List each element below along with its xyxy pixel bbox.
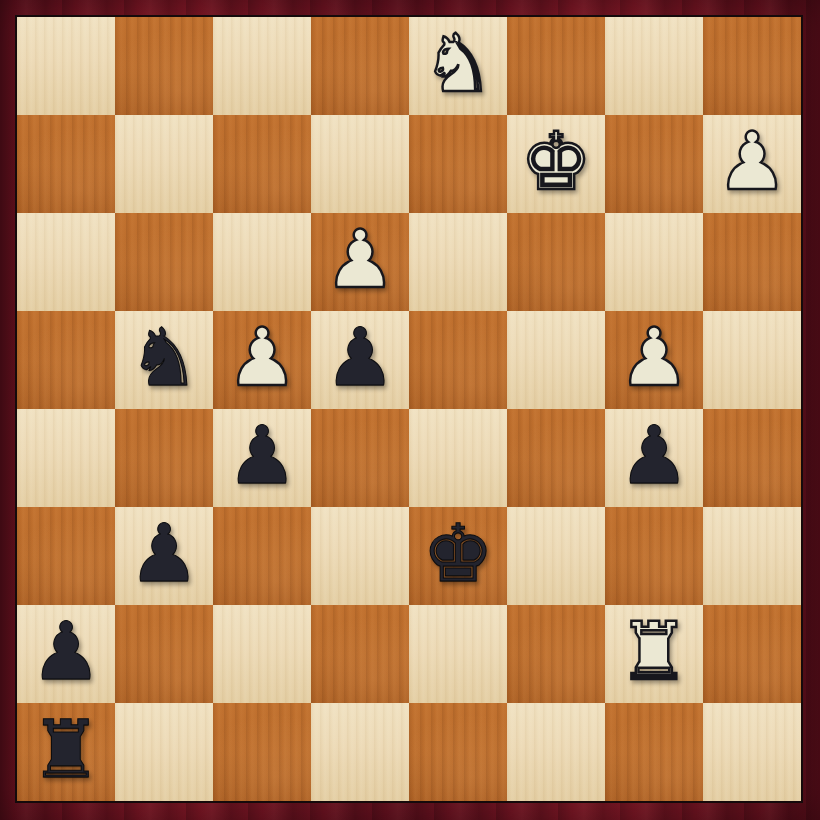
square-b7[interactable] xyxy=(115,115,213,213)
square-h7[interactable]: ♟ xyxy=(703,115,801,213)
square-d2[interactable] xyxy=(311,605,409,703)
square-b2[interactable] xyxy=(115,605,213,703)
square-a1[interactable]: ♜ xyxy=(17,703,115,801)
square-a5[interactable] xyxy=(17,311,115,409)
square-e1[interactable] xyxy=(409,703,507,801)
square-b8[interactable] xyxy=(115,17,213,115)
square-f8[interactable] xyxy=(507,17,605,115)
square-h8[interactable] xyxy=(703,17,801,115)
square-d4[interactable] xyxy=(311,409,409,507)
square-c3[interactable] xyxy=(213,507,311,605)
square-h1[interactable] xyxy=(703,703,801,801)
white-rook-piece[interactable]: ♜ xyxy=(618,612,690,692)
square-f5[interactable] xyxy=(507,311,605,409)
square-c6[interactable] xyxy=(213,213,311,311)
square-f6[interactable] xyxy=(507,213,605,311)
square-f1[interactable] xyxy=(507,703,605,801)
square-c1[interactable] xyxy=(213,703,311,801)
square-h3[interactable] xyxy=(703,507,801,605)
square-c4[interactable]: ♟ xyxy=(213,409,311,507)
square-c7[interactable] xyxy=(213,115,311,213)
square-e4[interactable] xyxy=(409,409,507,507)
square-c8[interactable] xyxy=(213,17,311,115)
square-e2[interactable] xyxy=(409,605,507,703)
square-f7[interactable]: ♚ xyxy=(507,115,605,213)
square-d3[interactable] xyxy=(311,507,409,605)
square-b5[interactable]: ♞ xyxy=(115,311,213,409)
black-pawn-piece[interactable]: ♟ xyxy=(618,416,690,496)
white-pawn-piece[interactable]: ♟ xyxy=(226,318,298,398)
square-c2[interactable] xyxy=(213,605,311,703)
square-a3[interactable] xyxy=(17,507,115,605)
black-pawn-piece[interactable]: ♟ xyxy=(226,416,298,496)
square-d5[interactable]: ♟ xyxy=(311,311,409,409)
square-c5[interactable]: ♟ xyxy=(213,311,311,409)
square-b3[interactable]: ♟ xyxy=(115,507,213,605)
square-g4[interactable]: ♟ xyxy=(605,409,703,507)
square-f4[interactable] xyxy=(507,409,605,507)
square-d1[interactable] xyxy=(311,703,409,801)
white-king-piece[interactable]: ♚ xyxy=(520,122,592,202)
square-g1[interactable] xyxy=(605,703,703,801)
black-rook-piece[interactable]: ♜ xyxy=(30,710,102,790)
square-g5[interactable]: ♟ xyxy=(605,311,703,409)
square-b1[interactable] xyxy=(115,703,213,801)
square-e7[interactable] xyxy=(409,115,507,213)
square-f3[interactable] xyxy=(507,507,605,605)
square-b6[interactable] xyxy=(115,213,213,311)
square-g8[interactable] xyxy=(605,17,703,115)
white-pawn-piece[interactable]: ♟ xyxy=(324,220,396,300)
white-knight-piece[interactable]: ♞ xyxy=(422,24,494,104)
square-g6[interactable] xyxy=(605,213,703,311)
black-king-piece[interactable]: ♚ xyxy=(422,514,494,594)
white-pawn-piece[interactable]: ♟ xyxy=(618,318,690,398)
square-e6[interactable] xyxy=(409,213,507,311)
square-d7[interactable] xyxy=(311,115,409,213)
square-e8[interactable]: ♞ xyxy=(409,17,507,115)
black-pawn-piece[interactable]: ♟ xyxy=(30,612,102,692)
square-a7[interactable] xyxy=(17,115,115,213)
square-g7[interactable] xyxy=(605,115,703,213)
square-d6[interactable]: ♟ xyxy=(311,213,409,311)
square-a2[interactable]: ♟ xyxy=(17,605,115,703)
chess-board: ♞♚♟♟♞♟♟♟♟♟♟♚♟♜♜ xyxy=(17,17,801,801)
square-f2[interactable] xyxy=(507,605,605,703)
black-knight-piece[interactable]: ♞ xyxy=(128,318,200,398)
square-d8[interactable] xyxy=(311,17,409,115)
black-pawn-piece[interactable]: ♟ xyxy=(128,514,200,594)
square-h5[interactable] xyxy=(703,311,801,409)
square-a6[interactable] xyxy=(17,213,115,311)
square-h6[interactable] xyxy=(703,213,801,311)
square-e3[interactable]: ♚ xyxy=(409,507,507,605)
square-g3[interactable] xyxy=(605,507,703,605)
white-pawn-piece[interactable]: ♟ xyxy=(716,122,788,202)
square-g2[interactable]: ♜ xyxy=(605,605,703,703)
square-b4[interactable] xyxy=(115,409,213,507)
square-e5[interactable] xyxy=(409,311,507,409)
square-a8[interactable] xyxy=(17,17,115,115)
square-a4[interactable] xyxy=(17,409,115,507)
square-h2[interactable] xyxy=(703,605,801,703)
board-frame: ♞♚♟♟♞♟♟♟♟♟♟♚♟♜♜ xyxy=(0,0,820,820)
square-h4[interactable] xyxy=(703,409,801,507)
black-pawn-piece[interactable]: ♟ xyxy=(324,318,396,398)
